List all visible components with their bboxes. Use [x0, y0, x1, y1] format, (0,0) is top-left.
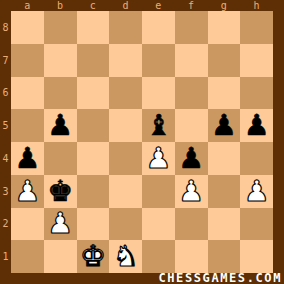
white-king-c1[interactable]: ♚: [80, 242, 106, 271]
square-b8[interactable]: [44, 11, 77, 44]
square-a7[interactable]: [11, 44, 44, 77]
square-a3[interactable]: ♟: [11, 175, 44, 208]
square-d5[interactable]: [109, 109, 142, 142]
rank-label-2: 2: [0, 208, 11, 241]
rank-label-8: 8: [0, 11, 11, 44]
black-pawn-f4[interactable]: ♟: [178, 144, 204, 173]
chess-board-frame: abcdefgh 87654321 ♟♝♟♟♟♟♟♟♚♟♟♟♚♞ CHESSGA…: [0, 0, 284, 284]
square-c4[interactable]: [77, 142, 110, 175]
square-a4[interactable]: ♟: [11, 142, 44, 175]
square-d2[interactable]: [109, 208, 142, 241]
white-pawn-a3[interactable]: ♟: [14, 177, 40, 206]
square-a2[interactable]: [11, 208, 44, 241]
square-b3[interactable]: ♚: [44, 175, 77, 208]
square-f8[interactable]: [175, 11, 208, 44]
square-h8[interactable]: [240, 11, 273, 44]
square-b2[interactable]: ♟: [44, 208, 77, 241]
square-h4[interactable]: [240, 142, 273, 175]
rank-label-5: 5: [0, 109, 11, 142]
white-knight-d1[interactable]: ♞: [113, 242, 139, 271]
square-g7[interactable]: [208, 44, 241, 77]
black-pawn-a4[interactable]: ♟: [14, 144, 40, 173]
file-label-g: g: [208, 0, 241, 11]
square-g2[interactable]: [208, 208, 241, 241]
square-f6[interactable]: [175, 77, 208, 110]
square-d6[interactable]: [109, 77, 142, 110]
square-d4[interactable]: [109, 142, 142, 175]
file-label-d: d: [109, 0, 142, 11]
square-f4[interactable]: ♟: [175, 142, 208, 175]
square-e1[interactable]: [142, 240, 175, 273]
square-d8[interactable]: [109, 11, 142, 44]
square-c6[interactable]: [77, 77, 110, 110]
square-e3[interactable]: [142, 175, 175, 208]
square-c1[interactable]: ♚: [77, 240, 110, 273]
square-c8[interactable]: [77, 11, 110, 44]
black-pawn-h5[interactable]: ♟: [244, 111, 270, 140]
square-g8[interactable]: [208, 11, 241, 44]
square-a5[interactable]: [11, 109, 44, 142]
square-e2[interactable]: [142, 208, 175, 241]
square-f1[interactable]: [175, 240, 208, 273]
file-label-f: f: [175, 0, 208, 11]
square-f3[interactable]: ♟: [175, 175, 208, 208]
white-pawn-b2[interactable]: ♟: [47, 209, 73, 238]
rank-labels: 87654321: [0, 11, 11, 273]
black-pawn-b5[interactable]: ♟: [47, 111, 73, 140]
square-e8[interactable]: [142, 11, 175, 44]
square-b5[interactable]: ♟: [44, 109, 77, 142]
square-b4[interactable]: [44, 142, 77, 175]
white-pawn-e4[interactable]: ♟: [145, 144, 171, 173]
square-b7[interactable]: [44, 44, 77, 77]
square-h7[interactable]: [240, 44, 273, 77]
square-b6[interactable]: [44, 77, 77, 110]
square-g4[interactable]: [208, 142, 241, 175]
black-king-b3[interactable]: ♚: [47, 177, 73, 206]
square-f5[interactable]: [175, 109, 208, 142]
white-pawn-f3[interactable]: ♟: [178, 177, 204, 206]
file-label-c: c: [77, 0, 110, 11]
square-d7[interactable]: [109, 44, 142, 77]
square-h6[interactable]: [240, 77, 273, 110]
square-g3[interactable]: [208, 175, 241, 208]
square-e5[interactable]: ♝: [142, 109, 175, 142]
square-a8[interactable]: [11, 11, 44, 44]
white-pawn-h3[interactable]: ♟: [244, 177, 270, 206]
square-g6[interactable]: [208, 77, 241, 110]
rank-label-6: 6: [0, 77, 11, 110]
square-h1[interactable]: [240, 240, 273, 273]
chess-board: ♟♝♟♟♟♟♟♟♚♟♟♟♚♞: [11, 11, 273, 273]
square-a1[interactable]: [11, 240, 44, 273]
square-c3[interactable]: [77, 175, 110, 208]
rank-label-4: 4: [0, 142, 11, 175]
square-c7[interactable]: [77, 44, 110, 77]
rank-label-1: 1: [0, 240, 11, 273]
file-label-a: a: [11, 0, 44, 11]
square-e7[interactable]: [142, 44, 175, 77]
square-a6[interactable]: [11, 77, 44, 110]
file-label-h: h: [240, 0, 273, 11]
square-h2[interactable]: [240, 208, 273, 241]
square-d3[interactable]: [109, 175, 142, 208]
file-label-b: b: [44, 0, 77, 11]
square-d1[interactable]: ♞: [109, 240, 142, 273]
square-h5[interactable]: ♟: [240, 109, 273, 142]
file-labels: abcdefgh: [11, 0, 273, 11]
square-h3[interactable]: ♟: [240, 175, 273, 208]
square-e4[interactable]: ♟: [142, 142, 175, 175]
rank-label-3: 3: [0, 175, 11, 208]
square-g1[interactable]: [208, 240, 241, 273]
square-c5[interactable]: [77, 109, 110, 142]
chessgames-watermark: CHESSGAMES.COM: [158, 273, 282, 284]
file-label-e: e: [142, 0, 175, 11]
square-f2[interactable]: [175, 208, 208, 241]
square-b1[interactable]: [44, 240, 77, 273]
rank-label-7: 7: [0, 44, 11, 77]
square-c2[interactable]: [77, 208, 110, 241]
square-g5[interactable]: ♟: [208, 109, 241, 142]
square-e6[interactable]: [142, 77, 175, 110]
black-pawn-g5[interactable]: ♟: [211, 111, 237, 140]
black-bishop-e5[interactable]: ♝: [145, 111, 171, 140]
square-f7[interactable]: [175, 44, 208, 77]
